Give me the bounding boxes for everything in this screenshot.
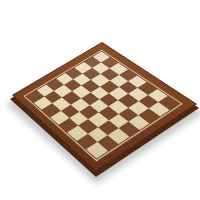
chess-set-photo: ♜♞♝♛♚♝♞♜♟♟♟♟♟♟♟♟♟♟♟♟♟♟♟♟♜♞♝♛♚♝♞♜ xyxy=(0,0,200,200)
